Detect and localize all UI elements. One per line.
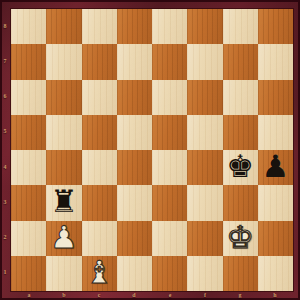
square-e1[interactable] [152, 256, 187, 291]
square-e3[interactable] [152, 185, 187, 220]
piece-black-king[interactable]: ♚ [223, 150, 258, 185]
rank-label-2: 2 [4, 235, 7, 241]
chessboard-frame: ♚♟♜♟♚♝ 87654321abcdefgh [0, 0, 300, 300]
square-g6[interactable] [223, 80, 258, 115]
square-f2[interactable] [187, 221, 222, 256]
square-b4[interactable] [46, 150, 81, 185]
square-c7[interactable] [82, 44, 117, 79]
square-d8[interactable] [117, 9, 152, 44]
square-e5[interactable] [152, 115, 187, 150]
square-h6[interactable] [258, 80, 293, 115]
piece-white-bishop[interactable]: ♝ [82, 256, 117, 291]
square-g3[interactable] [223, 185, 258, 220]
square-c8[interactable] [82, 9, 117, 44]
square-c6[interactable] [82, 80, 117, 115]
square-f8[interactable] [187, 9, 222, 44]
square-b3[interactable]: ♜ [46, 185, 81, 220]
square-a3[interactable] [11, 185, 46, 220]
rank-label-7: 7 [4, 59, 7, 65]
square-e4[interactable] [152, 150, 187, 185]
square-h2[interactable] [258, 221, 293, 256]
square-a8[interactable] [11, 9, 46, 44]
piece-black-pawn[interactable]: ♟ [258, 150, 293, 185]
square-c1[interactable]: ♝ [82, 256, 117, 291]
file-label-g: g [239, 293, 242, 299]
square-b7[interactable] [46, 44, 81, 79]
square-e7[interactable] [152, 44, 187, 79]
rank-label-8: 8 [4, 24, 7, 30]
square-b1[interactable] [46, 256, 81, 291]
square-a7[interactable] [11, 44, 46, 79]
square-g4[interactable]: ♚ [223, 150, 258, 185]
piece-white-pawn[interactable]: ♟ [46, 221, 81, 256]
file-label-h: h [274, 293, 277, 299]
square-c2[interactable] [82, 221, 117, 256]
square-d2[interactable] [117, 221, 152, 256]
square-d4[interactable] [117, 150, 152, 185]
square-f6[interactable] [187, 80, 222, 115]
square-d6[interactable] [117, 80, 152, 115]
square-e2[interactable] [152, 221, 187, 256]
square-a4[interactable] [11, 150, 46, 185]
square-g8[interactable] [223, 9, 258, 44]
square-d5[interactable] [117, 115, 152, 150]
square-g5[interactable] [223, 115, 258, 150]
square-h3[interactable] [258, 185, 293, 220]
square-h5[interactable] [258, 115, 293, 150]
square-f5[interactable] [187, 115, 222, 150]
square-a5[interactable] [11, 115, 46, 150]
square-d7[interactable] [117, 44, 152, 79]
file-label-a: a [27, 293, 30, 299]
square-f3[interactable] [187, 185, 222, 220]
square-g1[interactable] [223, 256, 258, 291]
square-e8[interactable] [152, 9, 187, 44]
rank-label-6: 6 [4, 94, 7, 100]
file-label-d: d [133, 293, 136, 299]
rank-label-4: 4 [4, 165, 7, 171]
square-h4[interactable]: ♟ [258, 150, 293, 185]
square-f1[interactable] [187, 256, 222, 291]
square-c4[interactable] [82, 150, 117, 185]
rank-label-5: 5 [4, 129, 7, 135]
square-d1[interactable] [117, 256, 152, 291]
square-h8[interactable] [258, 9, 293, 44]
square-h1[interactable] [258, 256, 293, 291]
square-c5[interactable] [82, 115, 117, 150]
piece-black-rook[interactable]: ♜ [46, 185, 81, 220]
file-label-c: c [98, 293, 101, 299]
square-g2[interactable]: ♚ [223, 221, 258, 256]
piece-white-king[interactable]: ♚ [223, 221, 258, 256]
square-b2[interactable]: ♟ [46, 221, 81, 256]
square-a6[interactable] [11, 80, 46, 115]
file-label-f: f [204, 293, 206, 299]
rank-label-3: 3 [4, 200, 7, 206]
file-label-e: e [168, 293, 171, 299]
file-label-b: b [62, 293, 65, 299]
square-b5[interactable] [46, 115, 81, 150]
square-c3[interactable] [82, 185, 117, 220]
square-a2[interactable] [11, 221, 46, 256]
square-e6[interactable] [152, 80, 187, 115]
square-d3[interactable] [117, 185, 152, 220]
square-b6[interactable] [46, 80, 81, 115]
chessboard: ♚♟♜♟♚♝ [11, 9, 293, 291]
square-h7[interactable] [258, 44, 293, 79]
square-b8[interactable] [46, 9, 81, 44]
square-f4[interactable] [187, 150, 222, 185]
square-g7[interactable] [223, 44, 258, 79]
rank-label-1: 1 [4, 270, 7, 276]
square-a1[interactable] [11, 256, 46, 291]
square-f7[interactable] [187, 44, 222, 79]
